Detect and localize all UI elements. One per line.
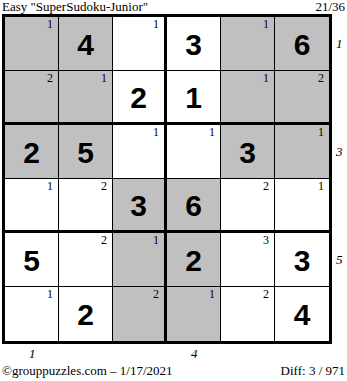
cell-value: 4 xyxy=(77,30,94,60)
cell-r5c2[interactable]: 2 xyxy=(59,233,113,287)
pencil-mark: 1 xyxy=(263,17,269,31)
cell-value: 2 xyxy=(185,246,202,276)
cell-value: 2 xyxy=(23,138,40,168)
pencil-mark: 2 xyxy=(47,71,53,85)
cell-value: 5 xyxy=(77,138,94,168)
pencil-mark: 2 xyxy=(263,287,269,301)
cell-value: 1 xyxy=(185,83,202,113)
cell-r5c3[interactable]: 1 xyxy=(113,233,167,287)
col-label-1: 1 xyxy=(29,346,36,362)
cell-r6c6[interactable]: 4 xyxy=(275,287,329,341)
pencil-mark: 1 xyxy=(47,17,53,31)
cell-value: 6 xyxy=(185,191,202,221)
cell-value: 3 xyxy=(239,138,256,168)
col-label-4: 4 xyxy=(191,346,198,362)
cell-r3c2[interactable]: 5 xyxy=(59,125,113,179)
cell-r4c4[interactable]: 6 xyxy=(167,179,221,233)
cell-r1c2[interactable]: 4 xyxy=(59,17,113,71)
cell-r3c5[interactable]: 3 xyxy=(221,125,275,179)
cell-r6c1[interactable]: 1 xyxy=(5,287,59,341)
row-label-1: 1 xyxy=(336,36,343,52)
cell-r4c3[interactable]: 3 xyxy=(113,179,167,233)
cell-r4c1[interactable]: 1 xyxy=(5,179,59,233)
cell-r1c5[interactable]: 1 xyxy=(221,17,275,71)
pencil-mark: 1 xyxy=(209,125,215,139)
cell-r5c4[interactable]: 2 xyxy=(167,233,221,287)
cell-r6c3[interactable]: 2 xyxy=(113,287,167,341)
cell-r6c4[interactable]: 1 xyxy=(167,287,221,341)
footer: ©grouppuzzles.com – 1/17/2021 Diff: 3 / … xyxy=(2,363,345,378)
cell-r3c3[interactable]: 1 xyxy=(113,125,167,179)
pencil-mark: 2 xyxy=(318,71,324,85)
cell-r1c1[interactable]: 1 xyxy=(5,17,59,71)
cell-value: 2 xyxy=(77,300,94,330)
pencil-mark: 1 xyxy=(263,71,269,85)
cell-r1c4[interactable]: 3 xyxy=(167,17,221,71)
cell-r5c6[interactable]: 3 xyxy=(275,233,329,287)
pencil-mark: 1 xyxy=(209,287,215,301)
cell-r4c6[interactable]: 1 xyxy=(275,179,329,233)
cell-r4c2[interactable]: 2 xyxy=(59,179,113,233)
cell-value: 5 xyxy=(23,246,40,276)
pencil-mark: 1 xyxy=(153,233,159,247)
cell-r5c1[interactable]: 5 xyxy=(5,233,59,287)
cell-value: 4 xyxy=(294,300,311,330)
cell-r3c4[interactable]: 1 xyxy=(167,125,221,179)
cell-r2c3[interactable]: 2 xyxy=(113,71,167,125)
row-label-5: 5 xyxy=(336,252,343,268)
pencil-mark: 1 xyxy=(153,17,159,31)
cell-r6c5[interactable]: 2 xyxy=(221,287,275,341)
cell-value: 2 xyxy=(130,83,147,113)
cell-r1c6[interactable]: 6 xyxy=(275,17,329,71)
cell-r2c4[interactable]: 1 xyxy=(167,71,221,125)
pencil-mark: 1 xyxy=(101,71,107,85)
cell-value: 6 xyxy=(294,30,311,60)
pencil-mark: 2 xyxy=(153,287,159,301)
header: Easy "SuperSudoku-Junior" 21/36 xyxy=(2,0,345,14)
cell-value: 3 xyxy=(294,246,311,276)
progress-counter: 21/36 xyxy=(315,0,345,14)
pencil-mark: 2 xyxy=(101,233,107,247)
difficulty: Diff: 3 / 971 xyxy=(281,363,345,378)
pencil-mark: 2 xyxy=(263,179,269,193)
pencil-mark: 1 xyxy=(153,125,159,139)
cell-r3c6[interactable]: 1 xyxy=(275,125,329,179)
cell-r3c1[interactable]: 2 xyxy=(5,125,59,179)
cell-r4c5[interactable]: 2 xyxy=(221,179,275,233)
pencil-mark: 1 xyxy=(47,287,53,301)
cell-r5c5[interactable]: 3 xyxy=(221,233,275,287)
cell-r2c6[interactable]: 2 xyxy=(275,71,329,125)
cell-r1c3[interactable]: 1 xyxy=(113,17,167,71)
cell-r2c2[interactable]: 1 xyxy=(59,71,113,125)
pencil-mark: 1 xyxy=(47,179,53,193)
copyright-date: ©grouppuzzles.com – 1/17/2021 xyxy=(2,363,173,378)
puzzle-title: Easy "SuperSudoku-Junior" xyxy=(2,0,148,14)
row-label-3: 3 xyxy=(336,144,343,160)
sudoku-board: 141316212112251131123621521233122124 xyxy=(2,14,332,344)
cell-r6c2[interactable]: 2 xyxy=(59,287,113,341)
cell-value: 3 xyxy=(130,191,147,221)
cell-value: 3 xyxy=(185,30,202,60)
pencil-mark: 3 xyxy=(263,233,269,247)
pencil-mark: 1 xyxy=(318,125,324,139)
pencil-mark: 1 xyxy=(318,179,324,193)
pencil-mark: 2 xyxy=(101,179,107,193)
cell-r2c1[interactable]: 2 xyxy=(5,71,59,125)
cell-r2c5[interactable]: 1 xyxy=(221,71,275,125)
